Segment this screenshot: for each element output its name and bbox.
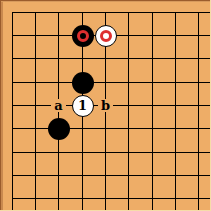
grid-line-vertical-1: [12, 12, 13, 211]
black-stone-circled: [72, 25, 94, 47]
grid-line-vertical-6: [128, 12, 129, 211]
board-frame-top-bevel: [1, 1, 210, 2]
grid-line-horizontal-7: [12, 152, 211, 153]
grid-line-horizontal-9: [12, 198, 211, 199]
white-stone-circled: [95, 25, 117, 47]
board-frame-left-bevel: [1, 2, 3, 210]
black-stone: [48, 118, 70, 140]
grid-line-vertical-8: [175, 12, 176, 211]
black-stone: [72, 72, 94, 94]
stone-move-number: 1: [78, 99, 87, 112]
go-board-grid: ab1: [0, 0, 211, 211]
red-circle-marker: [77, 30, 89, 42]
grid-line-horizontal-1: [12, 12, 211, 13]
red-circle-marker: [100, 30, 112, 42]
white-stone-move-1: 1: [72, 95, 94, 117]
grid-line-horizontal-8: [12, 175, 211, 176]
point-label-a: a: [51, 99, 66, 112]
board-cut-right-edge: [210, 0, 211, 211]
board-cut-bottom-edge: [0, 210, 211, 211]
grid-line-horizontal-3: [12, 58, 211, 59]
grid-line-horizontal-4: [12, 82, 211, 83]
grid-line-vertical-2: [35, 12, 36, 211]
grid-line-vertical-7: [152, 12, 153, 211]
grid-line-horizontal-6: [12, 128, 211, 129]
go-board-diagram: ab1: [0, 0, 211, 211]
grid-line-vertical-9: [198, 12, 199, 211]
point-label-b: b: [98, 99, 113, 112]
